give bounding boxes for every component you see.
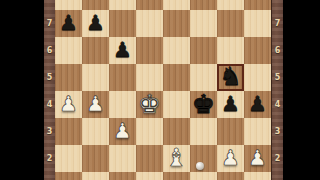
chess-board[interactable]: ♟♟♟♞♟♟♚♚♟♟♟♝♟♟ <box>55 0 271 180</box>
rank-label-7-right: 7 <box>272 10 283 37</box>
white-pawn[interactable]: ♟ <box>86 92 105 116</box>
square-a6[interactable] <box>55 37 82 64</box>
square-a7[interactable]: ♟ <box>55 10 82 37</box>
square-e2[interactable]: ♝ <box>163 145 190 172</box>
square-e3[interactable] <box>163 118 190 145</box>
square-d6[interactable] <box>136 37 163 64</box>
rank-label-5-left: 5 <box>44 64 55 91</box>
square-g2[interactable]: ♟ <box>217 145 244 172</box>
black-knight[interactable]: ♞ <box>219 62 241 91</box>
chess-board-viewport: ♟♟♟♞♟♟♚♚♟♟♟♝♟♟ <box>55 0 271 180</box>
square-g5[interactable]: ♞ <box>217 64 244 91</box>
square-e7[interactable] <box>163 10 190 37</box>
square-b7[interactable]: ♟ <box>82 10 109 37</box>
white-pawn[interactable]: ♟ <box>113 119 132 143</box>
square-e8[interactable] <box>163 0 190 10</box>
square-h6[interactable] <box>244 37 271 64</box>
square-f2[interactable] <box>190 145 217 172</box>
square-g7[interactable] <box>217 10 244 37</box>
square-h2[interactable]: ♟ <box>244 145 271 172</box>
square-b6[interactable] <box>82 37 109 64</box>
square-f6[interactable] <box>190 37 217 64</box>
square-f1[interactable] <box>190 172 217 180</box>
mouse-cursor <box>196 162 204 170</box>
square-c3[interactable]: ♟ <box>109 118 136 145</box>
square-d2[interactable] <box>136 145 163 172</box>
square-g3[interactable] <box>217 118 244 145</box>
board-frame-right: 765432 <box>271 0 283 180</box>
square-h3[interactable] <box>244 118 271 145</box>
rank-label-3-right: 3 <box>272 118 283 145</box>
black-pawn[interactable]: ♟ <box>221 92 240 116</box>
square-a5[interactable] <box>55 64 82 91</box>
square-c1[interactable] <box>109 172 136 180</box>
square-b4[interactable]: ♟ <box>82 91 109 118</box>
square-b5[interactable] <box>82 64 109 91</box>
white-king[interactable]: ♚ <box>138 89 161 119</box>
black-king[interactable]: ♚ <box>192 89 215 119</box>
square-h4[interactable]: ♟ <box>244 91 271 118</box>
rank-label-2-right: 2 <box>272 145 283 172</box>
square-b8[interactable] <box>82 0 109 10</box>
square-a4[interactable]: ♟ <box>55 91 82 118</box>
square-c8[interactable] <box>109 0 136 10</box>
square-d3[interactable] <box>136 118 163 145</box>
rank-label-4-right: 4 <box>272 91 283 118</box>
square-a8[interactable] <box>55 0 82 10</box>
square-e5[interactable] <box>163 64 190 91</box>
square-c4[interactable] <box>109 91 136 118</box>
rank-label-7-left: 7 <box>44 10 55 37</box>
square-d7[interactable] <box>136 10 163 37</box>
rank-label-3-left: 3 <box>44 118 55 145</box>
white-pawn[interactable]: ♟ <box>59 92 78 116</box>
black-pawn[interactable]: ♟ <box>248 92 267 116</box>
rank-label-6-left: 6 <box>44 37 55 64</box>
square-c2[interactable] <box>109 145 136 172</box>
square-f8[interactable] <box>190 0 217 10</box>
square-h5[interactable] <box>244 64 271 91</box>
square-e4[interactable] <box>163 91 190 118</box>
square-b2[interactable] <box>82 145 109 172</box>
square-g1[interactable] <box>217 172 244 180</box>
square-b3[interactable] <box>82 118 109 145</box>
square-b1[interactable] <box>82 172 109 180</box>
square-d4[interactable]: ♚ <box>136 91 163 118</box>
black-pawn[interactable]: ♟ <box>59 11 78 35</box>
square-h8[interactable] <box>244 0 271 10</box>
black-pawn[interactable]: ♟ <box>86 11 105 35</box>
video-frame: 765432 765432 ♟♟♟♞♟♟♚♚♟♟♟♝♟♟ <box>0 0 320 180</box>
white-pawn[interactable]: ♟ <box>221 146 240 170</box>
black-pawn[interactable]: ♟ <box>113 38 132 62</box>
square-d1[interactable] <box>136 172 163 180</box>
square-h7[interactable] <box>244 10 271 37</box>
square-f5[interactable] <box>190 64 217 91</box>
square-a1[interactable] <box>55 172 82 180</box>
square-a2[interactable] <box>55 145 82 172</box>
square-d5[interactable] <box>136 64 163 91</box>
square-c5[interactable] <box>109 64 136 91</box>
rank-label-5-right: 5 <box>272 64 283 91</box>
square-d8[interactable] <box>136 0 163 10</box>
rank-label-4-left: 4 <box>44 91 55 118</box>
square-g6[interactable] <box>217 37 244 64</box>
square-c6[interactable]: ♟ <box>109 37 136 64</box>
rank-label-2-left: 2 <box>44 145 55 172</box>
square-a3[interactable] <box>55 118 82 145</box>
square-e1[interactable] <box>163 172 190 180</box>
white-pawn[interactable]: ♟ <box>248 146 267 170</box>
square-h1[interactable] <box>244 172 271 180</box>
square-e6[interactable] <box>163 37 190 64</box>
rank-label-6-right: 6 <box>272 37 283 64</box>
white-bishop[interactable]: ♝ <box>165 143 187 172</box>
square-f3[interactable] <box>190 118 217 145</box>
square-f4[interactable]: ♚ <box>190 91 217 118</box>
square-f7[interactable] <box>190 10 217 37</box>
square-g4[interactable]: ♟ <box>217 91 244 118</box>
square-g8[interactable] <box>217 0 244 10</box>
square-c7[interactable] <box>109 10 136 37</box>
